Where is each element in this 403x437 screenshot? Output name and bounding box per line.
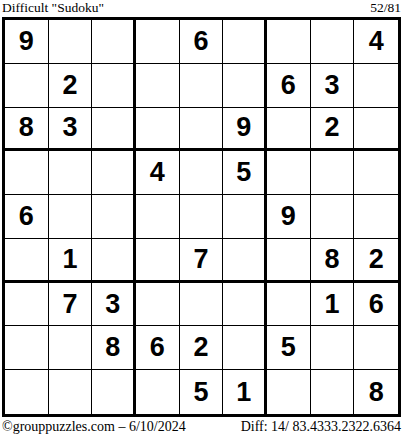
sudoku-cell-r8c3[interactable]: 8 xyxy=(92,326,136,370)
sudoku-cell-r8c2[interactable] xyxy=(49,326,93,370)
sudoku-cell-r1c9[interactable]: 4 xyxy=(354,20,398,64)
sudoku-cell-r3c7[interactable] xyxy=(267,108,311,152)
sudoku-cell-r6c9[interactable]: 2 xyxy=(354,239,398,283)
sudoku-page: Difficult "Sudoku" 52/81 964263839245691… xyxy=(0,0,403,437)
sudoku-cell-r9c2[interactable] xyxy=(49,370,93,414)
sudoku-cell-r7c6[interactable] xyxy=(223,283,267,327)
sudoku-cell-r8c5[interactable]: 2 xyxy=(180,326,224,370)
sudoku-cell-r1c8[interactable] xyxy=(311,20,355,64)
sudoku-cell-r6c6[interactable] xyxy=(223,239,267,283)
sudoku-cell-r6c5[interactable]: 7 xyxy=(180,239,224,283)
sudoku-cell-r8c9[interactable] xyxy=(354,326,398,370)
footer: ©grouppuzzles.com – 6/10/2024 Diff: 14/ … xyxy=(2,419,401,434)
sudoku-cell-r4c5[interactable] xyxy=(180,151,224,195)
sudoku-cell-r2c6[interactable] xyxy=(223,64,267,108)
sudoku-cell-r9c3[interactable] xyxy=(92,370,136,414)
sudoku-cell-r2c8[interactable]: 3 xyxy=(311,64,355,108)
sudoku-cell-r1c1[interactable]: 9 xyxy=(5,20,49,64)
sudoku-cell-r2c7[interactable]: 6 xyxy=(267,64,311,108)
sudoku-cell-r9c7[interactable] xyxy=(267,370,311,414)
sudoku-board: 96426383924569178273168625518 xyxy=(2,17,401,417)
sudoku-cell-r4c1[interactable] xyxy=(5,151,49,195)
sudoku-cell-r5c3[interactable] xyxy=(92,195,136,239)
sudoku-cell-r8c6[interactable] xyxy=(223,326,267,370)
sudoku-cell-r2c4[interactable] xyxy=(136,64,180,108)
sudoku-cell-r1c6[interactable] xyxy=(223,20,267,64)
sudoku-cell-r6c4[interactable] xyxy=(136,239,180,283)
sudoku-cell-r7c3[interactable]: 3 xyxy=(92,283,136,327)
sudoku-cell-r5c2[interactable] xyxy=(49,195,93,239)
sudoku-cell-r7c9[interactable]: 6 xyxy=(354,283,398,327)
sudoku-cell-r4c4[interactable]: 4 xyxy=(136,151,180,195)
sudoku-cell-r1c3[interactable] xyxy=(92,20,136,64)
sudoku-cell-r6c7[interactable] xyxy=(267,239,311,283)
sudoku-cell-r7c4[interactable] xyxy=(136,283,180,327)
header: Difficult "Sudoku" 52/81 xyxy=(2,0,401,16)
sudoku-cell-r4c2[interactable] xyxy=(49,151,93,195)
sudoku-cell-r9c5[interactable]: 5 xyxy=(180,370,224,414)
page-title: Difficult "Sudoku" xyxy=(2,0,104,16)
sudoku-cell-r4c6[interactable]: 5 xyxy=(223,151,267,195)
sudoku-cell-r5c7[interactable]: 9 xyxy=(267,195,311,239)
sudoku-cell-r2c1[interactable] xyxy=(5,64,49,108)
sudoku-cell-r8c1[interactable] xyxy=(5,326,49,370)
sudoku-cell-r3c1[interactable]: 8 xyxy=(5,108,49,152)
sudoku-cell-r2c3[interactable] xyxy=(92,64,136,108)
sudoku-cell-r5c1[interactable]: 6 xyxy=(5,195,49,239)
sudoku-cell-r4c7[interactable] xyxy=(267,151,311,195)
copyright-text: ©grouppuzzles.com – 6/10/2024 xyxy=(2,419,186,434)
difficulty-text: Diff: 14/ 83.4333.2322.6364 xyxy=(241,419,401,434)
sudoku-cell-r3c9[interactable] xyxy=(354,108,398,152)
sudoku-cell-r9c9[interactable]: 8 xyxy=(354,370,398,414)
sudoku-cell-r9c8[interactable] xyxy=(311,370,355,414)
sudoku-cell-r1c7[interactable] xyxy=(267,20,311,64)
sudoku-cell-r4c9[interactable] xyxy=(354,151,398,195)
sudoku-cell-r6c3[interactable] xyxy=(92,239,136,283)
sudoku-cell-r2c2[interactable]: 2 xyxy=(49,64,93,108)
sudoku-cell-r3c8[interactable]: 2 xyxy=(311,108,355,152)
sudoku-cell-r7c1[interactable] xyxy=(5,283,49,327)
sudoku-cell-r2c9[interactable] xyxy=(354,64,398,108)
sudoku-cell-r3c2[interactable]: 3 xyxy=(49,108,93,152)
sudoku-cell-r3c3[interactable] xyxy=(92,108,136,152)
sudoku-cell-r5c8[interactable] xyxy=(311,195,355,239)
sudoku-cell-r6c1[interactable] xyxy=(5,239,49,283)
sudoku-cell-r9c4[interactable] xyxy=(136,370,180,414)
sudoku-cell-r5c6[interactable] xyxy=(223,195,267,239)
sudoku-cell-r2c5[interactable] xyxy=(180,64,224,108)
sudoku-cell-r3c4[interactable] xyxy=(136,108,180,152)
sudoku-cell-r4c8[interactable] xyxy=(311,151,355,195)
sudoku-cell-r3c6[interactable]: 9 xyxy=(223,108,267,152)
sudoku-cell-r5c4[interactable] xyxy=(136,195,180,239)
sudoku-cell-r1c5[interactable]: 6 xyxy=(180,20,224,64)
remaining-counter: 52/81 xyxy=(370,0,401,16)
sudoku-cell-r8c7[interactable]: 5 xyxy=(267,326,311,370)
sudoku-cell-r7c2[interactable]: 7 xyxy=(49,283,93,327)
sudoku-cell-r6c2[interactable]: 1 xyxy=(49,239,93,283)
sudoku-cell-r8c8[interactable] xyxy=(311,326,355,370)
sudoku-cell-r7c8[interactable]: 1 xyxy=(311,283,355,327)
sudoku-cell-r9c6[interactable]: 1 xyxy=(223,370,267,414)
sudoku-cell-r3c5[interactable] xyxy=(180,108,224,152)
sudoku-cell-r6c8[interactable]: 8 xyxy=(311,239,355,283)
sudoku-cell-r9c1[interactable] xyxy=(5,370,49,414)
sudoku-cell-r4c3[interactable] xyxy=(92,151,136,195)
sudoku-cell-r8c4[interactable]: 6 xyxy=(136,326,180,370)
sudoku-cell-r5c9[interactable] xyxy=(354,195,398,239)
sudoku-cell-r5c5[interactable] xyxy=(180,195,224,239)
sudoku-cell-r1c4[interactable] xyxy=(136,20,180,64)
sudoku-cell-r7c5[interactable] xyxy=(180,283,224,327)
sudoku-cell-r1c2[interactable] xyxy=(49,20,93,64)
sudoku-cell-r7c7[interactable] xyxy=(267,283,311,327)
